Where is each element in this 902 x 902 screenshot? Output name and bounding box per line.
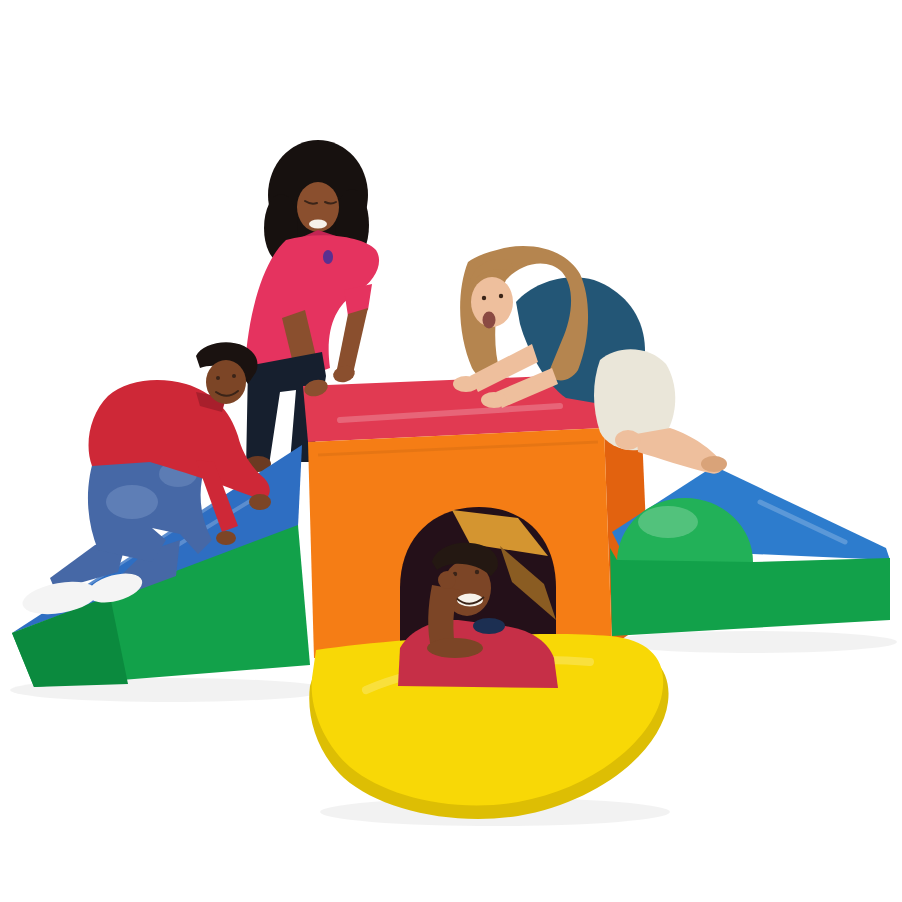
boy-tunnel-hands-folded xyxy=(427,638,483,658)
boy-left-eye-left xyxy=(216,376,220,380)
girl-hand-right xyxy=(481,392,507,408)
girl-eye-left xyxy=(482,296,486,300)
boy-tunnel-hand-fingers xyxy=(438,571,456,589)
boy-left-eye-right xyxy=(232,374,236,378)
scene-svg xyxy=(0,0,902,902)
floor-shadow-right xyxy=(607,631,897,653)
girl-hand-left xyxy=(453,376,479,392)
boy-tunnel-collar xyxy=(473,618,505,634)
mound-hump-highlight xyxy=(638,506,698,538)
adult-shirt-logo xyxy=(323,250,333,264)
soft-play-product-photo xyxy=(0,0,902,902)
boy-left-jeans-wash-1 xyxy=(106,485,158,519)
boy-left-hand-left xyxy=(216,531,236,545)
boy-left-face xyxy=(206,360,246,404)
girl-open-mouth xyxy=(483,312,496,329)
girl-knee xyxy=(615,430,641,450)
girl-eye-right xyxy=(499,294,503,298)
adult-smile xyxy=(309,220,327,229)
right-mound xyxy=(610,466,890,636)
girl-foot-sole xyxy=(701,456,727,472)
boy-left-hand-right xyxy=(249,494,271,510)
boy-tunnel-eye-right xyxy=(475,570,479,574)
